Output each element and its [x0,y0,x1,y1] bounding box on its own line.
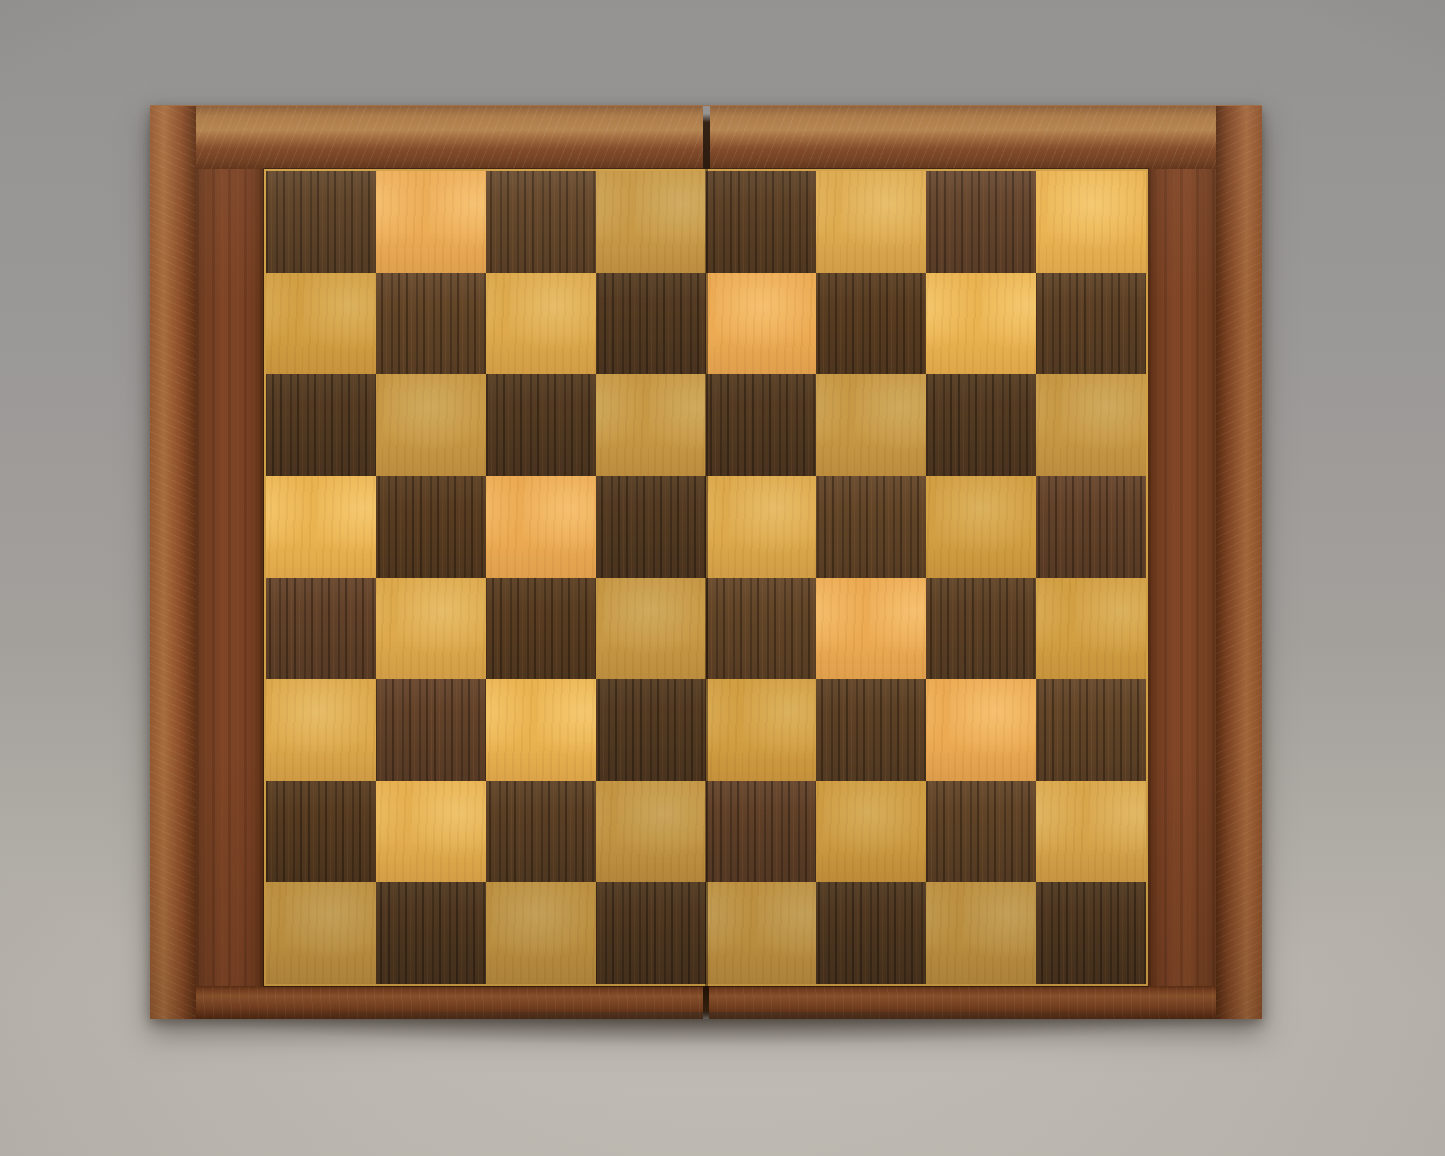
square-r2c6[interactable] [816,273,926,375]
square-r5c3[interactable] [486,578,596,680]
square-r4c8[interactable] [1036,476,1146,578]
square-r3c8[interactable] [1036,374,1146,476]
chessboard [150,105,1262,1019]
square-r1c1[interactable] [266,171,376,273]
square-r2c3[interactable] [486,273,596,375]
margin-strip-left [196,169,264,986]
square-r8c4[interactable] [596,882,706,984]
square-r6c4[interactable] [596,679,706,781]
square-r3c7[interactable] [926,374,1036,476]
square-r6c6[interactable] [816,679,926,781]
square-r5c8[interactable] [1036,578,1146,680]
square-r8c5[interactable] [706,882,816,984]
frame-rail-bottom [150,986,1262,1019]
hinge-notch-top [703,106,710,169]
square-r2c1[interactable] [266,273,376,375]
square-r7c4[interactable] [596,781,706,883]
square-r8c1[interactable] [266,882,376,984]
square-r6c5[interactable] [706,679,816,781]
square-r8c7[interactable] [926,882,1036,984]
square-r3c5[interactable] [706,374,816,476]
frame-rail-top [150,106,1262,169]
margin-strip-right [1148,169,1216,986]
square-r8c3[interactable] [486,882,596,984]
square-r4c3[interactable] [486,476,596,578]
square-r4c6[interactable] [816,476,926,578]
square-r5c5[interactable] [706,578,816,680]
photo-backdrop: { "game": "chess", "scene": { "descripti… [0,0,1445,1156]
square-r7c8[interactable] [1036,781,1146,883]
square-r5c6[interactable] [816,578,926,680]
square-r3c2[interactable] [376,374,486,476]
square-r6c1[interactable] [266,679,376,781]
hinge-notch-bottom [703,986,709,1019]
square-r3c4[interactable] [596,374,706,476]
square-r6c2[interactable] [376,679,486,781]
square-r2c8[interactable] [1036,273,1146,375]
square-r7c7[interactable] [926,781,1036,883]
frame-rail-right [1216,106,1262,1019]
square-r2c2[interactable] [376,273,486,375]
square-r7c1[interactable] [266,781,376,883]
square-r3c3[interactable] [486,374,596,476]
square-r4c1[interactable] [266,476,376,578]
square-r8c6[interactable] [816,882,926,984]
square-r2c5[interactable] [706,273,816,375]
square-r1c4[interactable] [596,171,706,273]
square-r7c5[interactable] [706,781,816,883]
square-r7c2[interactable] [376,781,486,883]
square-r1c5[interactable] [706,171,816,273]
square-r4c2[interactable] [376,476,486,578]
square-r8c8[interactable] [1036,882,1146,984]
square-r6c8[interactable] [1036,679,1146,781]
square-r8c2[interactable] [376,882,486,984]
square-r7c6[interactable] [816,781,926,883]
square-r6c7[interactable] [926,679,1036,781]
square-r4c4[interactable] [596,476,706,578]
square-r2c7[interactable] [926,273,1036,375]
playing-field [264,169,1148,986]
square-r1c3[interactable] [486,171,596,273]
inner-panel [196,169,1216,986]
square-r5c1[interactable] [266,578,376,680]
frame-rail-left [150,106,196,1019]
square-r1c7[interactable] [926,171,1036,273]
square-r1c6[interactable] [816,171,926,273]
square-r7c3[interactable] [486,781,596,883]
square-r5c7[interactable] [926,578,1036,680]
square-r6c3[interactable] [486,679,596,781]
square-r4c5[interactable] [706,476,816,578]
square-r5c4[interactable] [596,578,706,680]
square-r3c6[interactable] [816,374,926,476]
square-r1c2[interactable] [376,171,486,273]
square-r3c1[interactable] [266,374,376,476]
square-r5c2[interactable] [376,578,486,680]
square-r1c8[interactable] [1036,171,1146,273]
square-r2c4[interactable] [596,273,706,375]
square-r4c7[interactable] [926,476,1036,578]
